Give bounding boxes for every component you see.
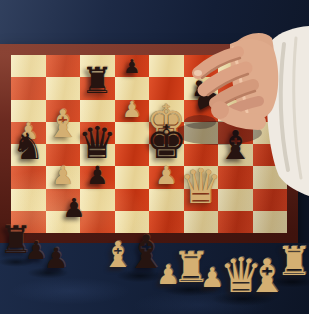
square-g2[interactable] (218, 189, 253, 211)
square-g4[interactable]: ♝ (218, 144, 253, 166)
piece-light-queen[interactable]: ♛ (179, 162, 222, 210)
square-a7[interactable] (11, 77, 46, 99)
piece-light-pawn[interactable]: ♟ (52, 163, 74, 188)
captured-dark-pawn[interactable]: ♟ (62, 195, 85, 221)
captured-light-rook[interactable]: ♜ (276, 241, 309, 281)
square-c3[interactable]: ♟ (80, 166, 115, 188)
square-f5[interactable] (184, 122, 219, 144)
square-f1[interactable] (184, 211, 219, 233)
square-b8[interactable] (46, 55, 81, 77)
square-c7[interactable]: ♜ (80, 77, 115, 99)
piece-dark-queen[interactable]: ♛ (78, 121, 117, 165)
chessboard: ♟♜♟♟♟♟♝♚♞♛♚♝♟♟♟♛ (11, 55, 287, 233)
square-b7[interactable] (46, 77, 81, 99)
square-h6[interactable] (253, 100, 288, 122)
square-b5[interactable]: ♝ (46, 122, 81, 144)
chess-photo-scene: ♟♜♟♟♟♟♝♚♞♛♚♝♟♟♟♛ ♜♟♟♟♝♝ ♟♜♟♛♝♜ (0, 0, 309, 314)
piece-dark-pawn[interactable]: ♟ (86, 163, 108, 188)
square-a4[interactable]: ♞ (11, 144, 46, 166)
square-h8[interactable] (253, 55, 288, 77)
square-d3[interactable] (115, 166, 150, 188)
square-g8[interactable] (218, 55, 253, 77)
square-d4[interactable] (115, 144, 150, 166)
piece-dark-bishop[interactable]: ♝ (217, 125, 253, 165)
square-g3[interactable] (218, 166, 253, 188)
square-h1[interactable] (253, 211, 288, 233)
piece-dark-knight[interactable]: ♞ (12, 129, 44, 165)
square-h3[interactable] (253, 166, 288, 188)
square-d8[interactable]: ♟ (115, 55, 150, 77)
square-h7[interactable] (253, 77, 288, 99)
piece-dark-rook[interactable]: ♜ (81, 63, 113, 99)
square-h5[interactable] (253, 122, 288, 144)
square-b3[interactable]: ♟ (46, 166, 81, 188)
piece-dark-pawn[interactable]: ♟ (123, 57, 140, 76)
square-f6[interactable]: ♟ (184, 100, 219, 122)
piece-light-pawn[interactable]: ♟ (122, 99, 142, 121)
square-g1[interactable] (218, 211, 253, 233)
square-h2[interactable] (253, 189, 288, 211)
square-d5[interactable] (115, 122, 150, 144)
square-a3[interactable] (11, 166, 46, 188)
square-d2[interactable] (115, 189, 150, 211)
board-frame: ♟♜♟♟♟♟♝♚♞♛♚♝♟♟♟♛ (0, 44, 298, 244)
piece-light-pawn[interactable]: ♟ (155, 163, 177, 188)
square-a2[interactable] (11, 189, 46, 211)
piece-light-bishop[interactable]: ♝ (46, 105, 80, 143)
square-h4[interactable] (253, 144, 288, 166)
square-e8[interactable] (149, 55, 184, 77)
square-f2[interactable]: ♛ (184, 189, 219, 211)
captured-dark-pawn[interactable]: ♟ (43, 245, 68, 273)
square-d6[interactable]: ♟ (115, 100, 150, 122)
square-a8[interactable] (11, 55, 46, 77)
